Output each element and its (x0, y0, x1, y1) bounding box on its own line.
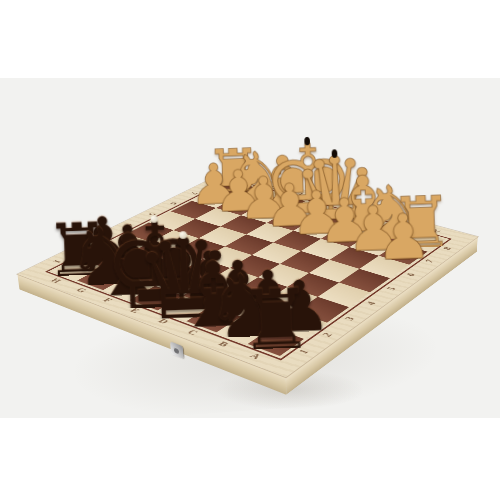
coord-file-c-near: C (185, 328, 200, 336)
queen-finial-tip (178, 231, 186, 239)
queen-finial-tip (331, 149, 337, 158)
coord-rank-5-near: 5 (385, 286, 398, 291)
coord-file-a-near: A (247, 352, 262, 360)
coord-rank-2-near: 2 (320, 332, 334, 338)
coord-file-h-near: H (48, 277, 62, 284)
coord-rank-8-near: 8 (441, 246, 453, 251)
product-photo-stage: HH11GG22FF33EE44DD55CC66BB77AA88♜♟♞♟♝♟♚♟… (0, 0, 500, 500)
coord-rank-7-near: 7 (423, 259, 436, 264)
coord-file-g-near: G (74, 287, 89, 294)
coord-rank-4-near: 4 (364, 300, 377, 306)
coord-rank-1-near: 1 (296, 348, 310, 355)
coord-file-b-near: B (216, 340, 231, 348)
coord-rank-6-near: 6 (404, 272, 417, 277)
coord-rank-3-near: 3 (343, 316, 357, 322)
coord-file-d-near: D (156, 317, 171, 324)
